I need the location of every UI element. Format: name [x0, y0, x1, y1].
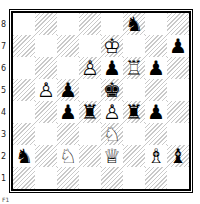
square-c7[interactable]: [57, 35, 79, 57]
square-d1[interactable]: [79, 167, 101, 189]
rank-label-2: 2: [1, 145, 10, 167]
square-b2[interactable]: [35, 145, 57, 167]
white-pawn-piece[interactable]: ♙: [101, 101, 123, 123]
square-a4[interactable]: [13, 101, 35, 123]
square-f5[interactable]: [123, 79, 145, 101]
black-knight-piece[interactable]: ♞: [123, 13, 145, 35]
square-c6[interactable]: [57, 57, 79, 79]
square-g6[interactable]: ♟: [145, 57, 167, 79]
square-h4[interactable]: [167, 101, 189, 123]
square-d5[interactable]: [79, 79, 101, 101]
white-rook-piece[interactable]: ♖: [123, 57, 145, 79]
rank-label-3: 3: [1, 123, 10, 145]
square-f6[interactable]: ♜♖: [123, 57, 145, 79]
square-a3[interactable]: [13, 123, 35, 145]
square-e7[interactable]: ♚♔: [101, 35, 123, 57]
white-bishop-piece[interactable]: ♗: [145, 145, 167, 167]
black-pawn-piece[interactable]: ♟: [57, 101, 79, 123]
square-d7[interactable]: [79, 35, 101, 57]
black-bishop-piece[interactable]: ♝: [167, 145, 189, 167]
square-f2[interactable]: [123, 145, 145, 167]
square-g2[interactable]: ♝♗: [145, 145, 167, 167]
black-pawn-piece[interactable]: ♟: [167, 35, 189, 57]
rank-label-8: 8: [1, 13, 10, 35]
rank-label-1: 1: [1, 167, 10, 189]
square-a5[interactable]: [13, 79, 35, 101]
white-pawn-piece[interactable]: ♙: [79, 57, 101, 79]
white-king-fill: ♚: [101, 35, 123, 57]
square-h3[interactable]: [167, 123, 189, 145]
rank-label-5: 5: [1, 79, 10, 101]
square-a6[interactable]: [13, 57, 35, 79]
chess-diagram: 87654321 ♞♚♔♟♟♙♟♜♖♟♟♙♟♚♟♜♟♙♜♟♞♘♞♞♘♛♕♝♗♝ …: [0, 0, 200, 204]
rank-label-4: 4: [1, 101, 10, 123]
white-bishop-fill: ♝: [145, 145, 167, 167]
square-g1[interactable]: [145, 167, 167, 189]
square-c4[interactable]: ♟: [57, 101, 79, 123]
square-a2[interactable]: ♞: [13, 145, 35, 167]
white-knight-piece[interactable]: ♘: [101, 123, 123, 145]
square-c5[interactable]: ♟: [57, 79, 79, 101]
square-d4[interactable]: ♜: [79, 101, 101, 123]
square-b3[interactable]: [35, 123, 57, 145]
square-b4[interactable]: [35, 101, 57, 123]
square-c2[interactable]: ♞♘: [57, 145, 79, 167]
square-h8[interactable]: [167, 13, 189, 35]
square-h2[interactable]: ♝: [167, 145, 189, 167]
white-king-piece[interactable]: ♔: [101, 35, 123, 57]
black-pawn-piece[interactable]: ♟: [57, 79, 79, 101]
white-knight-fill: ♞: [57, 145, 79, 167]
square-a8[interactable]: [13, 13, 35, 35]
square-h7[interactable]: ♟: [167, 35, 189, 57]
square-f3[interactable]: [123, 123, 145, 145]
square-b6[interactable]: [35, 57, 57, 79]
white-rook-fill: ♜: [123, 57, 145, 79]
square-e8[interactable]: [101, 13, 123, 35]
square-d3[interactable]: [79, 123, 101, 145]
status-text: F1: [2, 196, 9, 203]
white-pawn-fill: ♟: [35, 79, 57, 101]
square-b8[interactable]: [35, 13, 57, 35]
rank-label-7: 7: [1, 35, 10, 57]
black-knight-piece[interactable]: ♞: [13, 145, 35, 167]
square-f8[interactable]: ♞: [123, 13, 145, 35]
square-d6[interactable]: ♟♙: [79, 57, 101, 79]
square-e4[interactable]: ♟♙: [101, 101, 123, 123]
square-a7[interactable]: [13, 35, 35, 57]
white-knight-piece[interactable]: ♘: [57, 145, 79, 167]
black-rook-piece[interactable]: ♜: [123, 101, 145, 123]
white-pawn-fill: ♟: [101, 101, 123, 123]
chess-board: ♞♚♔♟♟♙♟♜♖♟♟♙♟♚♟♜♟♙♜♟♞♘♞♞♘♛♕♝♗♝: [11, 11, 191, 191]
square-a1[interactable]: [13, 167, 35, 189]
square-e2[interactable]: ♛♕: [101, 145, 123, 167]
square-c8[interactable]: [57, 13, 79, 35]
square-c1[interactable]: [57, 167, 79, 189]
square-e1[interactable]: [101, 167, 123, 189]
black-pawn-piece[interactable]: ♟: [145, 101, 167, 123]
white-queen-fill: ♛: [101, 145, 123, 167]
square-h5[interactable]: [167, 79, 189, 101]
square-e5[interactable]: ♚: [101, 79, 123, 101]
square-d2[interactable]: [79, 145, 101, 167]
square-g3[interactable]: [145, 123, 167, 145]
square-g4[interactable]: ♟: [145, 101, 167, 123]
square-g8[interactable]: [145, 13, 167, 35]
square-f7[interactable]: [123, 35, 145, 57]
white-queen-piece[interactable]: ♕: [101, 145, 123, 167]
white-pawn-piece[interactable]: ♙: [35, 79, 57, 101]
white-knight-fill: ♞: [101, 123, 123, 145]
square-f1[interactable]: [123, 167, 145, 189]
square-f4[interactable]: ♜: [123, 101, 145, 123]
rank-label-6: 6: [1, 57, 10, 79]
square-c3[interactable]: [57, 123, 79, 145]
square-g7[interactable]: [145, 35, 167, 57]
black-pawn-piece[interactable]: ♟: [101, 57, 123, 79]
black-rook-piece[interactable]: ♜: [79, 101, 101, 123]
square-b1[interactable]: [35, 167, 57, 189]
black-king-piece[interactable]: ♚: [101, 79, 123, 101]
black-pawn-piece[interactable]: ♟: [145, 57, 167, 79]
square-b7[interactable]: [35, 35, 57, 57]
square-h1[interactable]: [167, 167, 189, 189]
square-e6[interactable]: ♟: [101, 57, 123, 79]
white-pawn-fill: ♟: [79, 57, 101, 79]
square-e3[interactable]: ♞♘: [101, 123, 123, 145]
square-g5[interactable]: [145, 79, 167, 101]
square-d8[interactable]: [79, 13, 101, 35]
square-b5[interactable]: ♟♙: [35, 79, 57, 101]
rank-labels: 87654321: [1, 13, 10, 189]
square-h6[interactable]: [167, 57, 189, 79]
